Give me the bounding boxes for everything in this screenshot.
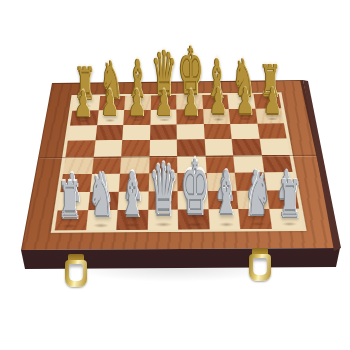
latch-loop-hole (253, 258, 267, 275)
square-a4[interactable] (63, 157, 93, 174)
square-c4[interactable] (120, 156, 149, 173)
square-h5[interactable] (259, 139, 289, 156)
square-f2[interactable] (207, 190, 238, 209)
square-a1[interactable] (55, 210, 88, 230)
square-f5[interactable] (204, 139, 233, 156)
square-b6[interactable] (95, 125, 123, 141)
square-h6[interactable] (257, 123, 287, 139)
square-g8[interactable] (227, 94, 255, 108)
square-g7[interactable] (229, 108, 257, 123)
square-c5[interactable] (121, 140, 149, 157)
square-d5[interactable] (149, 140, 177, 157)
square-c7[interactable] (123, 110, 150, 125)
brass-latch-right (249, 248, 271, 284)
square-d7[interactable] (150, 109, 177, 124)
square-f7[interactable] (203, 109, 231, 124)
square-b4[interactable] (91, 156, 121, 173)
square-e4[interactable] (177, 156, 206, 173)
square-e6[interactable] (177, 124, 205, 140)
square-d6[interactable] (149, 124, 176, 140)
square-h3[interactable] (264, 172, 296, 190)
board-inner-frame (51, 92, 307, 232)
square-h7[interactable] (255, 108, 284, 123)
square-h2[interactable] (266, 190, 299, 209)
brass-latch-left (65, 254, 87, 290)
square-d3[interactable] (148, 173, 177, 191)
square-h1[interactable] (269, 209, 303, 229)
square-c1[interactable] (116, 210, 147, 230)
square-c3[interactable] (119, 173, 149, 191)
square-e8[interactable] (176, 95, 202, 109)
square-h4[interactable] (261, 155, 292, 172)
square-b7[interactable] (97, 110, 125, 125)
square-a7[interactable] (70, 110, 98, 125)
square-g4[interactable] (233, 155, 263, 172)
square-b3[interactable] (90, 173, 120, 191)
square-d2[interactable] (148, 191, 178, 210)
square-b2[interactable] (88, 191, 119, 210)
square-b8[interactable] (98, 96, 125, 110)
square-b1[interactable] (85, 210, 117, 230)
square-c2[interactable] (118, 191, 149, 210)
square-g6[interactable] (230, 123, 259, 139)
square-f1[interactable] (208, 209, 240, 229)
square-a6[interactable] (68, 125, 97, 141)
square-e3[interactable] (177, 173, 207, 191)
square-g5[interactable] (232, 139, 262, 156)
square-g1[interactable] (238, 209, 271, 229)
square-a2[interactable] (58, 192, 90, 211)
square-e7[interactable] (176, 109, 203, 124)
square-a5[interactable] (65, 140, 95, 156)
square-d8[interactable] (150, 95, 176, 109)
product-photo-stage: ♜♞♝♛♚♝♞♜♟♟♟♟♟♟♟♟♟♟♟♟♟♟♟♟♜♞♝♛♚♝♞♜ (0, 0, 350, 350)
square-e2[interactable] (178, 191, 208, 210)
square-b5[interactable] (93, 140, 122, 156)
square-f4[interactable] (205, 155, 235, 172)
square-f8[interactable] (202, 95, 229, 109)
square-c6[interactable] (122, 124, 150, 140)
square-a8[interactable] (72, 96, 99, 110)
square-d1[interactable] (147, 210, 178, 230)
square-d4[interactable] (149, 156, 178, 173)
board-squares-grid (55, 94, 303, 230)
chess-board (21, 80, 340, 250)
square-e1[interactable] (178, 209, 209, 229)
square-h8[interactable] (253, 94, 281, 108)
square-a3[interactable] (60, 174, 91, 192)
latch-loop-hole (69, 264, 83, 281)
square-g3[interactable] (235, 172, 266, 190)
square-c8[interactable] (124, 95, 150, 109)
square-g2[interactable] (237, 190, 269, 209)
square-f3[interactable] (206, 172, 236, 190)
square-f6[interactable] (203, 124, 231, 140)
square-e5[interactable] (177, 139, 205, 156)
